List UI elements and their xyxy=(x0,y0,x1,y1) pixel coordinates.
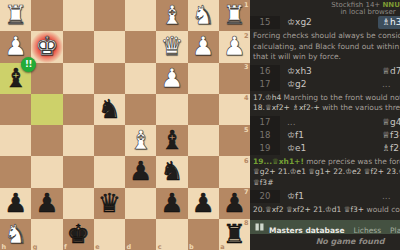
white-move[interactable]: ♔f1 xyxy=(280,190,378,203)
file-label-e: e xyxy=(95,243,99,250)
white-queen-c2[interactable]: ♛ xyxy=(156,31,187,62)
move-number: 15 xyxy=(250,16,280,29)
file-label-h: h xyxy=(2,243,7,250)
comment-line: ♕f3# xyxy=(253,178,400,189)
square-e8[interactable]: e xyxy=(94,219,125,250)
square-d7[interactable] xyxy=(125,188,156,219)
white-pawn-b2[interactable]: ♟ xyxy=(188,31,219,62)
square-b3[interactable] xyxy=(188,63,219,94)
black-move[interactable]: ♕f3+ xyxy=(378,129,400,142)
comment-text[interactable]: 20.♕xf2 ♕xf2+ 21.♔d1 ♕f3+ xyxy=(253,205,364,214)
move-row-18: 18♔f1♕f3+ xyxy=(250,129,400,142)
square-f2[interactable] xyxy=(63,31,94,62)
last-move-highlight xyxy=(31,94,62,125)
square-e6[interactable] xyxy=(94,156,125,187)
square-a6[interactable]: 6 xyxy=(219,156,250,187)
analysis-comment: 17.♔h4 Marching to the front would not h… xyxy=(250,91,400,116)
square-d5[interactable]: ♝ xyxy=(125,125,156,156)
square-h1[interactable]: ♜ xyxy=(0,0,31,31)
square-e1[interactable] xyxy=(94,0,125,31)
comment-text: Forcing checks should always be consider… xyxy=(253,31,400,40)
black-bishop-c5[interactable]: ♝ xyxy=(156,125,187,156)
comment-text: that it will win by force. xyxy=(253,52,341,61)
white-rook-h1[interactable]: ♜ xyxy=(0,0,31,31)
move-row-20: 20♔f1... xyxy=(250,190,400,203)
explorer-tabs: Masters databaseLichessPlayer xyxy=(269,218,400,237)
comment-text[interactable]: ♕f3# xyxy=(253,178,273,187)
white-move[interactable]: ♔xg2 xyxy=(280,16,378,29)
rank-label-5: 5 xyxy=(244,126,249,134)
black-pawn-d6[interactable]: ♟ xyxy=(125,156,156,187)
comment-line: ♕g2+ 21.♔e1 ♕g1+ 22.♔e2 ♕f2+ 23.♔d3 ♘ xyxy=(253,167,400,178)
analysis-panel: Stockfish 14+ NNUE in local browser 15♔x… xyxy=(250,0,400,250)
square-a3[interactable]: 3 xyxy=(219,63,250,94)
square-h4[interactable] xyxy=(0,94,31,125)
square-d8[interactable]: d xyxy=(125,219,156,250)
move-row-16: 16♔xh3♕d7+ xyxy=(250,65,400,78)
square-c6[interactable]: ♞ xyxy=(156,156,187,187)
square-d3[interactable] xyxy=(125,63,156,94)
square-c4[interactable] xyxy=(156,94,187,125)
black-move-current[interactable]: ♗h3+!! xyxy=(378,16,400,29)
square-e7[interactable]: ♛ xyxy=(94,188,125,219)
brilliant-move-badge: !! xyxy=(21,57,36,72)
square-c5[interactable]: ♝ xyxy=(156,125,187,156)
comment-line: 19...♕xh1+! more precise was the forced … xyxy=(253,157,400,168)
comment-line: 17.♔h4 Marching to the front would not h… xyxy=(253,93,400,104)
black-move[interactable]: ♗f2+ xyxy=(378,142,400,155)
black-pawn-b7[interactable]: ♟ xyxy=(188,188,219,219)
black-move-cell: ... xyxy=(378,190,400,203)
move-row-17: 17♔g2... xyxy=(250,78,400,91)
black-move[interactable]: ♕g4+ xyxy=(378,116,400,129)
comment-text[interactable]: 18.♕xf2+ ♗xf2-+ xyxy=(253,103,320,112)
square-h7[interactable]: ♟ xyxy=(0,188,31,219)
rank-label-6: 6 xyxy=(244,157,249,165)
move-number: 17 xyxy=(250,78,280,91)
square-g8[interactable]: g xyxy=(31,219,62,250)
square-a1[interactable]: ♜1 xyxy=(219,0,250,31)
black-move[interactable]: ♕d7+ xyxy=(378,65,400,78)
black-queen-e7[interactable]: ♛ xyxy=(94,188,125,219)
white-move[interactable]: ♔e1 xyxy=(280,142,378,155)
rank-label-7: 7 xyxy=(244,188,249,196)
file-label-c: c xyxy=(158,243,162,250)
move-number: 18 xyxy=(250,129,280,142)
black-move[interactable]: ... xyxy=(378,78,395,91)
comment-line: calculating, and Black found out within … xyxy=(253,42,400,53)
square-f6[interactable] xyxy=(63,156,94,187)
move-list: 15♔xg2♗h3+!!Forcing checks should always… xyxy=(250,16,400,218)
black-move-cell: ... xyxy=(378,78,400,91)
move-row-17: 17...♕g4+ xyxy=(250,116,400,129)
white-king-g2[interactable]: ♚ xyxy=(31,31,62,62)
white-bishop-d5[interactable]: ♝ xyxy=(125,125,156,156)
move-row-15: 15♔xg2♗h3+!! xyxy=(250,16,400,29)
move-number: 17 xyxy=(250,116,280,129)
rank-label-1: 1 xyxy=(244,1,249,9)
comment-line: that it will win by force. xyxy=(253,52,400,63)
square-d1[interactable] xyxy=(125,0,156,31)
square-g4[interactable] xyxy=(31,94,62,125)
analysis-comment: 19...♕xh1+! more precise was the forced … xyxy=(250,155,400,191)
square-g1[interactable] xyxy=(31,0,62,31)
black-knight-c6[interactable]: ♞ xyxy=(156,156,187,187)
square-c2[interactable]: ♛ xyxy=(156,31,187,62)
move-number: 20 xyxy=(250,190,280,203)
square-f8[interactable]: ♚f xyxy=(63,219,94,250)
square-e3[interactable] xyxy=(94,63,125,94)
comment-text[interactable]: ♕g2+ 21.♔e1 ♕g1+ 22.♔e2 ♕f2+ 23.♔d3 ♘ xyxy=(253,167,400,176)
square-h6[interactable] xyxy=(0,156,31,187)
square-b4[interactable] xyxy=(188,94,219,125)
square-b6[interactable] xyxy=(188,156,219,187)
file-label-f: f xyxy=(64,243,67,250)
square-h3[interactable]: ♝!! xyxy=(0,63,31,94)
square-d6[interactable]: ♟ xyxy=(125,156,156,187)
book-icon xyxy=(255,223,264,231)
lichess-analysis-screen: ♜♝♞♜1♟♚♛♟♟2♝!!♟3♞4♝♝5♟♞6♟♟♛♟♟♟7♞hg♚fedcb… xyxy=(0,0,400,250)
move-number: 16 xyxy=(250,65,280,78)
no-game-text: No game found xyxy=(250,237,400,246)
square-d4[interactable] xyxy=(125,94,156,125)
square-b5[interactable] xyxy=(188,125,219,156)
black-pawn-c7[interactable]: ♟ xyxy=(156,188,187,219)
comment-text: Marching to the front would not have he xyxy=(281,93,400,102)
comment-text[interactable]: 17.♔h4 xyxy=(253,93,281,102)
square-e4[interactable]: ♞ xyxy=(94,94,125,125)
explorer-tab-bar: Masters databaseLichessPlayer xyxy=(250,220,400,234)
rank-label-2: 2 xyxy=(244,32,249,40)
comment-line: 20.♕xf2 ♕xf2+ 21.♔d1 ♕f3+ would collect … xyxy=(253,205,400,216)
tab-lichess[interactable]: Lichess xyxy=(354,226,382,235)
file-label-g: g xyxy=(33,243,38,250)
chess-board: ♜♝♞♜1♟♚♛♟♟2♝!!♟3♞4♝♝5♟♞6♟♟♛♟♟♟7♞hg♚fedcb… xyxy=(0,0,250,250)
comment-text: would collect to xyxy=(364,205,400,214)
rank-label-8: 8 xyxy=(244,219,249,227)
square-c7[interactable]: ♟ xyxy=(156,188,187,219)
square-b1[interactable]: ♞ xyxy=(188,0,219,31)
analysis-comment: 20.♕xf2 ♕xf2+ 21.♔d1 ♕f3+ would collect … xyxy=(250,203,400,218)
rank-label-4: 4 xyxy=(244,94,249,102)
square-f1[interactable] xyxy=(63,0,94,31)
square-g5[interactable] xyxy=(31,125,62,156)
black-move-cell: ♗h3+!! xyxy=(378,16,400,29)
white-move[interactable]: ♔f1 xyxy=(280,129,378,142)
square-a2[interactable]: ♟2 xyxy=(219,31,250,62)
black-move-cell: ♕f3+ xyxy=(378,129,400,142)
move-row-19: 19♔e1♗f2+ xyxy=(250,142,400,155)
square-e2[interactable] xyxy=(94,31,125,62)
rank-label-3: 3 xyxy=(244,63,249,71)
black-move-cell: ♕g4+ xyxy=(378,116,400,129)
square-b8[interactable]: b xyxy=(188,219,219,250)
square-a4[interactable]: 4 xyxy=(219,94,250,125)
white-knight-b1[interactable]: ♞ xyxy=(188,0,219,31)
comment-line: Forcing checks should always be consider… xyxy=(253,31,400,42)
square-b7[interactable]: ♟ xyxy=(188,188,219,219)
white-pawn-c3[interactable]: ♟ xyxy=(156,63,187,94)
square-a7[interactable]: ♟7 xyxy=(219,188,250,219)
square-f4[interactable] xyxy=(63,94,94,125)
black-pawn-h7[interactable]: ♟ xyxy=(0,188,31,219)
square-c1[interactable]: ♝ xyxy=(156,0,187,31)
comment-text: with the various threats Qg4 xyxy=(320,103,400,112)
square-g3[interactable] xyxy=(31,63,62,94)
black-move-cell: ♗f2+ xyxy=(378,142,400,155)
square-d2[interactable] xyxy=(125,31,156,62)
black-knight-e4[interactable]: ♞ xyxy=(94,94,125,125)
square-f5[interactable] xyxy=(63,125,94,156)
square-c8[interactable]: c xyxy=(156,219,187,250)
white-move[interactable]: ... xyxy=(280,116,378,129)
square-f3[interactable] xyxy=(63,63,94,94)
black-pawn-g7[interactable]: ♟ xyxy=(31,188,62,219)
square-g7[interactable]: ♟ xyxy=(31,188,62,219)
square-a5[interactable]: 5 xyxy=(219,125,250,156)
engine-location: in local browser xyxy=(250,9,400,16)
file-label-a: a xyxy=(220,243,224,250)
file-label-b: b xyxy=(189,243,194,250)
black-move[interactable]: ... xyxy=(378,190,395,203)
white-move[interactable]: ♔g2 xyxy=(280,78,378,91)
square-h8[interactable]: ♞h xyxy=(0,219,31,250)
black-king-f8[interactable]: ♚ xyxy=(63,219,94,250)
square-g6[interactable] xyxy=(31,156,62,187)
move-number: 19 xyxy=(250,142,280,155)
square-e5[interactable] xyxy=(94,125,125,156)
square-g2[interactable]: ♚ xyxy=(31,31,62,62)
square-f7[interactable] xyxy=(63,188,94,219)
tab-masters-database[interactable]: Masters database xyxy=(269,226,345,235)
square-h5[interactable] xyxy=(0,125,31,156)
comment-text: more precise was the forced check xyxy=(304,157,400,166)
variation-move-good[interactable]: 19...♕xh1+! xyxy=(253,157,304,166)
analysis-comment: Forcing checks should always be consider… xyxy=(250,29,400,65)
white-move[interactable]: ♔xh3 xyxy=(280,65,378,78)
square-a8[interactable]: ♜a8 xyxy=(219,219,250,250)
square-b2[interactable]: ♟ xyxy=(188,31,219,62)
file-label-d: d xyxy=(127,243,132,250)
comment-line: 18.♕xf2+ ♗xf2-+ with the various threats… xyxy=(253,103,400,114)
square-c3[interactable]: ♟ xyxy=(156,63,187,94)
tab-player[interactable]: Player xyxy=(390,226,400,235)
black-move-cell: ♕d7+ xyxy=(378,65,400,78)
white-bishop-c1[interactable]: ♝ xyxy=(156,0,187,31)
comment-text: calculating, and Black found out within … xyxy=(253,42,400,51)
